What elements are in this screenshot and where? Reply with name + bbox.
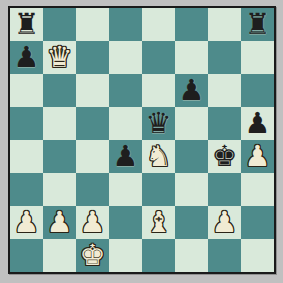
square-h3[interactable] bbox=[241, 173, 274, 206]
piece-white-pawn[interactable]: ♟ bbox=[245, 140, 271, 173]
square-f6[interactable]: ♟ bbox=[175, 74, 208, 107]
piece-white-pawn[interactable]: ♟ bbox=[47, 206, 73, 239]
square-e3[interactable] bbox=[142, 173, 175, 206]
piece-white-knight[interactable]: ♞ bbox=[146, 140, 172, 173]
square-h5[interactable]: ♟ bbox=[241, 107, 274, 140]
square-b4[interactable] bbox=[43, 140, 76, 173]
piece-white-pawn[interactable]: ♟ bbox=[14, 206, 40, 239]
square-d5[interactable] bbox=[109, 107, 142, 140]
piece-black-pawn[interactable]: ♟ bbox=[14, 41, 40, 74]
square-f3[interactable] bbox=[175, 173, 208, 206]
square-h7[interactable] bbox=[241, 41, 274, 74]
piece-black-queen[interactable]: ♛ bbox=[146, 107, 172, 140]
square-a1[interactable] bbox=[10, 239, 43, 272]
square-f1[interactable] bbox=[175, 239, 208, 272]
square-d7[interactable] bbox=[109, 41, 142, 74]
piece-white-bishop[interactable]: ♝ bbox=[146, 206, 172, 239]
square-a5[interactable] bbox=[10, 107, 43, 140]
square-d8[interactable] bbox=[109, 8, 142, 41]
square-g8[interactable] bbox=[208, 8, 241, 41]
square-d4[interactable]: ♟ bbox=[109, 140, 142, 173]
square-c4[interactable] bbox=[76, 140, 109, 173]
piece-black-pawn[interactable]: ♟ bbox=[245, 107, 271, 140]
piece-black-rook[interactable]: ♜ bbox=[245, 8, 271, 41]
piece-white-pawn[interactable]: ♟ bbox=[80, 206, 106, 239]
square-d2[interactable] bbox=[109, 206, 142, 239]
square-c3[interactable] bbox=[76, 173, 109, 206]
square-b7[interactable]: ♛ bbox=[43, 41, 76, 74]
square-d1[interactable] bbox=[109, 239, 142, 272]
square-f2[interactable] bbox=[175, 206, 208, 239]
square-e6[interactable] bbox=[142, 74, 175, 107]
square-c6[interactable] bbox=[76, 74, 109, 107]
square-d6[interactable] bbox=[109, 74, 142, 107]
square-b5[interactable] bbox=[43, 107, 76, 140]
square-c1[interactable]: ♚ bbox=[76, 239, 109, 272]
square-h6[interactable] bbox=[241, 74, 274, 107]
square-b2[interactable]: ♟ bbox=[43, 206, 76, 239]
piece-black-pawn[interactable]: ♟ bbox=[179, 74, 205, 107]
chess-board-frame: ♜♜♟♛♟♛♟♟♞♚♟♟♟♟♝♟♚ bbox=[8, 6, 276, 274]
square-g4[interactable]: ♚ bbox=[208, 140, 241, 173]
square-c8[interactable] bbox=[76, 8, 109, 41]
square-f5[interactable] bbox=[175, 107, 208, 140]
square-h4[interactable]: ♟ bbox=[241, 140, 274, 173]
square-a2[interactable]: ♟ bbox=[10, 206, 43, 239]
square-c7[interactable] bbox=[76, 41, 109, 74]
square-b6[interactable] bbox=[43, 74, 76, 107]
piece-black-king[interactable]: ♚ bbox=[212, 140, 238, 173]
square-a4[interactable] bbox=[10, 140, 43, 173]
square-e7[interactable] bbox=[142, 41, 175, 74]
square-g6[interactable] bbox=[208, 74, 241, 107]
square-d3[interactable] bbox=[109, 173, 142, 206]
square-g7[interactable] bbox=[208, 41, 241, 74]
piece-black-rook[interactable]: ♜ bbox=[14, 8, 40, 41]
square-g3[interactable] bbox=[208, 173, 241, 206]
square-g1[interactable] bbox=[208, 239, 241, 272]
piece-white-king[interactable]: ♚ bbox=[80, 239, 106, 272]
piece-white-queen[interactable]: ♛ bbox=[47, 41, 73, 74]
square-f7[interactable] bbox=[175, 41, 208, 74]
square-h8[interactable]: ♜ bbox=[241, 8, 274, 41]
square-e5[interactable]: ♛ bbox=[142, 107, 175, 140]
square-f8[interactable] bbox=[175, 8, 208, 41]
square-a3[interactable] bbox=[10, 173, 43, 206]
square-e8[interactable] bbox=[142, 8, 175, 41]
square-a6[interactable] bbox=[10, 74, 43, 107]
square-c5[interactable] bbox=[76, 107, 109, 140]
piece-white-pawn[interactable]: ♟ bbox=[212, 206, 238, 239]
square-b8[interactable] bbox=[43, 8, 76, 41]
chess-board: ♜♜♟♛♟♛♟♟♞♚♟♟♟♟♝♟♚ bbox=[10, 8, 274, 272]
square-e2[interactable]: ♝ bbox=[142, 206, 175, 239]
square-e1[interactable] bbox=[142, 239, 175, 272]
square-e4[interactable]: ♞ bbox=[142, 140, 175, 173]
square-b3[interactable] bbox=[43, 173, 76, 206]
square-h2[interactable] bbox=[241, 206, 274, 239]
square-a8[interactable]: ♜ bbox=[10, 8, 43, 41]
square-g5[interactable] bbox=[208, 107, 241, 140]
square-c2[interactable]: ♟ bbox=[76, 206, 109, 239]
square-b1[interactable] bbox=[43, 239, 76, 272]
square-g2[interactable]: ♟ bbox=[208, 206, 241, 239]
square-h1[interactable] bbox=[241, 239, 274, 272]
square-f4[interactable] bbox=[175, 140, 208, 173]
piece-black-pawn[interactable]: ♟ bbox=[113, 140, 139, 173]
square-a7[interactable]: ♟ bbox=[10, 41, 43, 74]
